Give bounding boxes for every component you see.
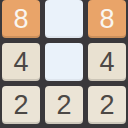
- tile-4: 4: [88, 43, 126, 81]
- empty-cell: [45, 0, 83, 38]
- empty-cell: [45, 43, 83, 81]
- tile-8: 8: [2, 0, 40, 38]
- 2048-screen: 8844222: [0, 0, 128, 128]
- tile-2: 2: [45, 86, 83, 124]
- tile-2: 2: [88, 86, 126, 124]
- tile-8: 8: [88, 0, 126, 38]
- 2048-board[interactable]: 8844222: [2, 0, 126, 124]
- tile-4: 4: [2, 43, 40, 81]
- tile-2: 2: [2, 86, 40, 124]
